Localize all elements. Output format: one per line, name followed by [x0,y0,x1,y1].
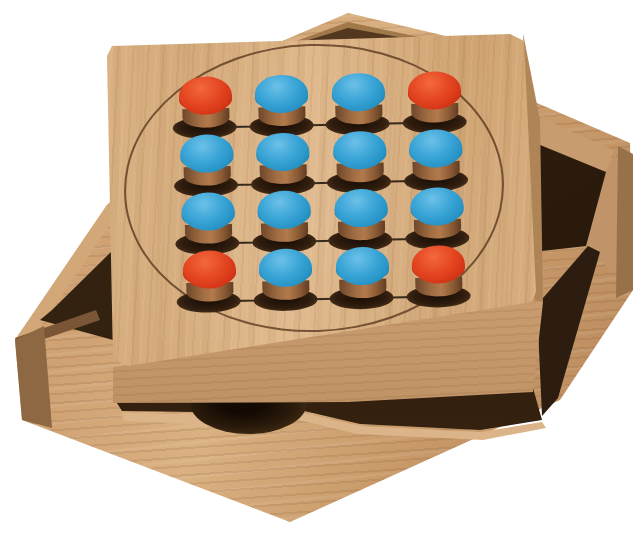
photo-wooden-peg-game [0,0,640,551]
cell-r3c1 [169,185,247,245]
cell-r4c1 [170,243,248,303]
cell-r4c4 [400,238,478,298]
peg-r1c1-red[interactable] [166,69,244,129]
cell-r3c4 [398,180,476,240]
cell-r1c2 [243,67,321,127]
peg-r3c4-blue[interactable] [398,180,476,240]
cell-r3c2 [245,183,323,243]
peg-grid [166,64,477,303]
peg-r3c1-blue[interactable] [169,185,247,245]
peg-r2c2-blue[interactable] [244,125,322,185]
peg-r3c3-blue[interactable] [322,181,400,241]
peg-r2c3-blue[interactable] [320,123,398,183]
cell-r4c2 [247,241,325,301]
peg-r3c2-blue[interactable] [245,183,323,243]
cell-r2c3 [320,123,398,183]
peg-r2c4-blue[interactable] [397,122,475,182]
cell-r2c1 [167,127,245,187]
peg-r4c4-red[interactable] [400,238,478,298]
peg-r1c4-red[interactable] [396,64,474,124]
peg-r4c3-blue[interactable] [323,239,401,299]
cell-r2c2 [244,125,322,185]
cell-r1c1 [166,69,244,129]
cell-r1c4 [396,64,474,124]
cell-r3c3 [322,181,400,241]
peg-r2c1-blue[interactable] [167,127,245,187]
cell-r1c3 [319,65,397,125]
peg-r4c1-red[interactable] [170,243,248,303]
peg-r1c3-blue[interactable] [319,65,397,125]
cell-r4c3 [323,239,401,299]
peg-r4c2-blue[interactable] [247,241,325,301]
peg-r1c2-blue[interactable] [243,67,321,127]
cell-r2c4 [397,122,475,182]
